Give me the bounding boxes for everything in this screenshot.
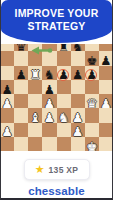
square-g4[interactable]: ♛: [85, 94, 99, 108]
square-c1[interactable]: [28, 137, 42, 151]
square-g3[interactable]: [85, 108, 99, 122]
square-e2[interactable]: [57, 123, 71, 137]
square-c6[interactable]: ♜: [28, 66, 42, 80]
square-e3[interactable]: ♞: [57, 108, 71, 122]
square-h7[interactable]: ♟: [99, 51, 113, 65]
square-g6[interactable]: ♟: [85, 66, 99, 80]
square-f7[interactable]: [71, 51, 85, 65]
chessable-logo: chessable: [0, 185, 113, 197]
star-icon: ★: [35, 164, 45, 175]
square-h8[interactable]: [99, 44, 113, 51]
square-a4[interactable]: ♟: [0, 94, 14, 108]
banner-container: IMPROVE YOUR STRATEGY: [0, 0, 113, 44]
square-a2[interactable]: ♟: [0, 123, 14, 137]
ad-screenshot: IMPROVE YOUR STRATEGY ♛♜♞♚♟♟♜♞♟♟♟♟♟♟♟♛♟♝…: [0, 0, 113, 200]
square-f4[interactable]: [71, 94, 85, 108]
square-a7[interactable]: [0, 51, 14, 65]
square-d1[interactable]: [42, 137, 56, 151]
square-e1[interactable]: [57, 137, 71, 151]
square-h1[interactable]: [99, 137, 113, 151]
banner: IMPROVE YOUR STRATEGY: [1, 0, 112, 43]
square-e5[interactable]: [57, 80, 71, 94]
banner-line-2: STRATEGY: [28, 20, 86, 33]
square-d3[interactable]: ♟: [42, 108, 56, 122]
square-a3[interactable]: [0, 108, 14, 122]
square-b8[interactable]: ♛: [14, 44, 28, 51]
square-c2[interactable]: [28, 123, 42, 137]
square-b5[interactable]: [14, 80, 28, 94]
chess-board[interactable]: ♛♜♞♚♟♟♜♞♟♟♟♟♟♟♟♛♟♝♟♞♟♟♟♚: [0, 44, 113, 151]
square-g1[interactable]: ♚: [85, 137, 99, 151]
square-f1[interactable]: [71, 137, 85, 151]
square-f2[interactable]: ♟: [71, 123, 85, 137]
square-h5[interactable]: [99, 80, 113, 94]
square-b7[interactable]: [14, 51, 28, 65]
square-d8[interactable]: [42, 44, 56, 51]
square-b3[interactable]: [14, 108, 28, 122]
square-g7[interactable]: ♚: [85, 51, 99, 65]
square-a5[interactable]: ♟: [0, 80, 14, 94]
square-f6[interactable]: ♟: [71, 66, 85, 80]
square-g5[interactable]: [85, 80, 99, 94]
square-c8[interactable]: [28, 44, 42, 51]
square-h3[interactable]: [99, 108, 113, 122]
square-a8[interactable]: [0, 44, 14, 51]
square-e8[interactable]: ♜: [57, 44, 71, 51]
square-h6[interactable]: [99, 66, 113, 80]
square-h4[interactable]: ♟: [99, 94, 113, 108]
square-d6[interactable]: ♞: [42, 66, 56, 80]
square-g8[interactable]: [85, 44, 99, 51]
white-king-g1: ♚: [85, 140, 99, 151]
square-d5[interactable]: ♟: [42, 80, 56, 94]
chess-board-area: ♛♜♞♚♟♟♜♞♟♟♟♟♟♟♟♛♟♝♟♞♟♟♟♚: [0, 44, 113, 151]
xp-badge: ★ 135 XP: [24, 159, 90, 180]
square-f8[interactable]: ♞: [71, 44, 85, 51]
square-c4[interactable]: [28, 94, 42, 108]
square-c7[interactable]: [28, 51, 42, 65]
square-c5[interactable]: [28, 80, 42, 94]
square-e7[interactable]: [57, 51, 71, 65]
square-f3[interactable]: ♟: [71, 108, 85, 122]
square-h2[interactable]: [99, 123, 113, 137]
banner-line-1: IMPROVE YOUR: [15, 7, 99, 20]
square-d2[interactable]: [42, 123, 56, 137]
square-e6[interactable]: ♟: [57, 66, 71, 80]
square-b4[interactable]: [14, 94, 28, 108]
square-e4[interactable]: [57, 94, 71, 108]
square-b1[interactable]: [14, 137, 28, 151]
square-d7[interactable]: [42, 51, 56, 65]
square-d4[interactable]: ♟: [42, 94, 56, 108]
square-a1[interactable]: [0, 137, 14, 151]
square-a6[interactable]: [0, 66, 14, 80]
square-c3[interactable]: ♝: [28, 108, 42, 122]
square-b6[interactable]: ♟: [14, 66, 28, 80]
square-g2[interactable]: [85, 123, 99, 137]
square-b2[interactable]: [14, 123, 28, 137]
square-f5[interactable]: [71, 80, 85, 94]
xp-label: 135 XP: [49, 165, 79, 175]
